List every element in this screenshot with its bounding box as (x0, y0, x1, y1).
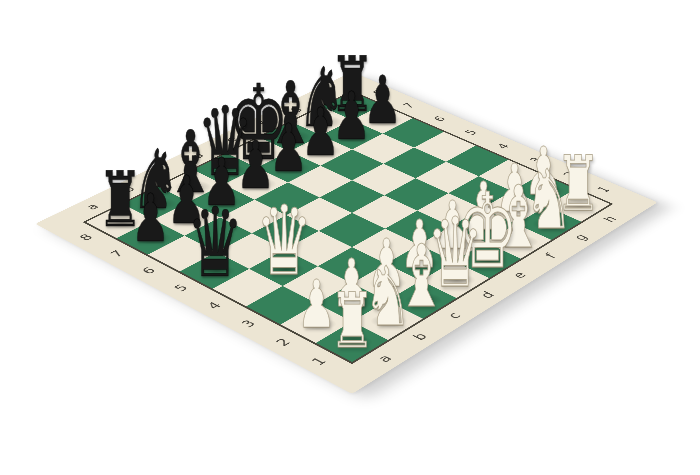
rank-label: 5 (463, 129, 479, 137)
black-queen-a5: ♛ (167, 195, 263, 291)
rank-label: 2 (274, 337, 293, 348)
rank-label: 3 (239, 319, 258, 329)
rank-label: 6 (140, 266, 158, 276)
chess-set-photo: aa88bb77cc66dd55ee44ff33gg22hh11 ♜♞♝♛♚♝♞… (0, 0, 700, 475)
rank-label: 4 (495, 142, 512, 150)
rank-label: 4 (205, 301, 224, 311)
white-rook-a1: ♜ (314, 283, 390, 359)
rank-label: 6 (432, 115, 448, 122)
